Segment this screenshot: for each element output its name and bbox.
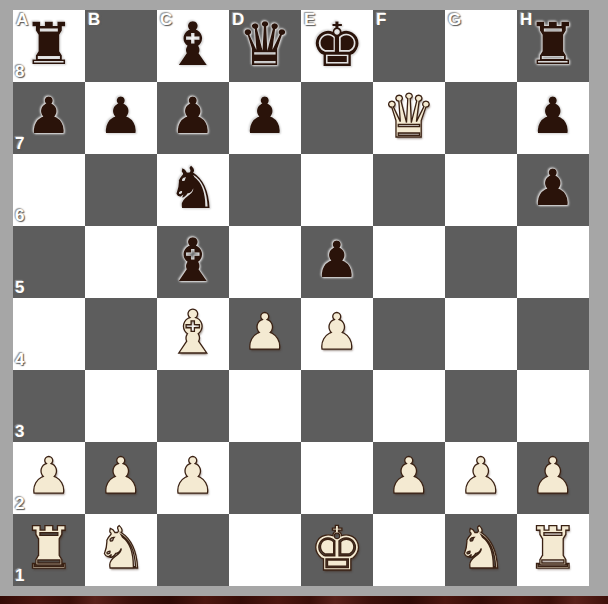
square-b8[interactable]: B [85,10,157,82]
square-g6[interactable] [445,154,517,226]
square-f1[interactable] [373,514,445,586]
square-a6[interactable]: 6 [13,154,85,226]
square-e4[interactable]: ♟ [301,298,373,370]
square-h3[interactable] [517,370,589,442]
square-d8[interactable]: D♛ [229,10,301,82]
square-h7[interactable]: ♟ [517,82,589,154]
square-f8[interactable]: F [373,10,445,82]
square-e8[interactable]: E♚ [301,10,373,82]
piece-white-pawn-c2[interactable]: ♟ [171,451,216,501]
square-g5[interactable] [445,226,517,298]
rank-label-4: 4 [15,351,24,368]
piece-white-pawn-h2[interactable]: ♟ [531,451,576,501]
square-b3[interactable] [85,370,157,442]
square-h5[interactable] [517,226,589,298]
piece-white-pawn-a2[interactable]: ♟ [27,451,72,501]
piece-white-rook-a1[interactable]: ♜ [23,519,75,577]
piece-black-queen-d8[interactable]: ♛ [238,14,292,74]
piece-black-king-e8[interactable]: ♚ [310,14,365,75]
square-f2[interactable]: ♟ [373,442,445,514]
square-c7[interactable]: ♟ [157,82,229,154]
piece-white-pawn-e4[interactable]: ♟ [315,307,360,357]
piece-black-bishop-c5[interactable]: ♝ [166,230,220,290]
square-b4[interactable] [85,298,157,370]
square-b7[interactable]: ♟ [85,82,157,154]
board-frame: A8♜BC♝D♛E♚FGH♜7♟♟♟♟♛♟6♞♟5♝♟4♝♟♟32♟♟♟♟♟♟1… [0,0,608,604]
square-d7[interactable]: ♟ [229,82,301,154]
piece-white-queen-f7[interactable]: ♛ [382,86,436,146]
square-d2[interactable] [229,442,301,514]
square-c1[interactable] [157,514,229,586]
square-h4[interactable] [517,298,589,370]
square-c6[interactable]: ♞ [157,154,229,226]
square-e1[interactable]: ♚ [301,514,373,586]
piece-white-pawn-b2[interactable]: ♟ [99,451,144,501]
square-a7[interactable]: 7♟ [13,82,85,154]
piece-white-pawn-f2[interactable]: ♟ [387,451,432,501]
bottom-wood-strip [0,596,608,604]
square-a4[interactable]: 4 [13,298,85,370]
square-e6[interactable] [301,154,373,226]
square-b6[interactable] [85,154,157,226]
square-d4[interactable]: ♟ [229,298,301,370]
square-e5[interactable]: ♟ [301,226,373,298]
square-a5[interactable]: 5 [13,226,85,298]
square-a2[interactable]: 2♟ [13,442,85,514]
square-a3[interactable]: 3 [13,370,85,442]
square-e2[interactable] [301,442,373,514]
square-h1[interactable]: ♜ [517,514,589,586]
square-g2[interactable]: ♟ [445,442,517,514]
piece-black-pawn-a7[interactable]: ♟ [27,91,72,141]
square-d1[interactable] [229,514,301,586]
square-g3[interactable] [445,370,517,442]
square-c5[interactable]: ♝ [157,226,229,298]
piece-white-king-e1[interactable]: ♚ [310,518,365,579]
square-a8[interactable]: A8♜ [13,10,85,82]
square-c2[interactable]: ♟ [157,442,229,514]
piece-black-knight-c6[interactable]: ♞ [167,159,219,217]
square-h2[interactable]: ♟ [517,442,589,514]
square-f5[interactable] [373,226,445,298]
file-label-f: F [376,11,386,28]
square-d3[interactable] [229,370,301,442]
piece-white-rook-h1[interactable]: ♜ [527,519,579,577]
square-b2[interactable]: ♟ [85,442,157,514]
square-f6[interactable] [373,154,445,226]
piece-black-pawn-b7[interactable]: ♟ [99,91,144,141]
piece-black-rook-h8[interactable]: ♜ [527,15,579,73]
square-c4[interactable]: ♝ [157,298,229,370]
square-d5[interactable] [229,226,301,298]
square-e3[interactable] [301,370,373,442]
square-f4[interactable] [373,298,445,370]
square-c8[interactable]: C♝ [157,10,229,82]
rank-label-6: 6 [15,207,24,224]
rank-label-3: 3 [15,423,24,440]
square-c3[interactable] [157,370,229,442]
square-b5[interactable] [85,226,157,298]
square-g1[interactable]: ♞ [445,514,517,586]
piece-black-pawn-h6[interactable]: ♟ [531,163,576,213]
rank-label-7: 7 [15,135,24,152]
square-e7[interactable] [301,82,373,154]
piece-white-knight-g1[interactable]: ♞ [455,519,507,577]
file-label-g: G [448,11,461,28]
square-d6[interactable] [229,154,301,226]
piece-white-knight-b1[interactable]: ♞ [95,519,147,577]
chess-board[interactable]: A8♜BC♝D♛E♚FGH♜7♟♟♟♟♛♟6♞♟5♝♟4♝♟♟32♟♟♟♟♟♟1… [13,10,589,586]
piece-white-pawn-d4[interactable]: ♟ [243,307,288,357]
square-b1[interactable]: ♞ [85,514,157,586]
piece-black-pawn-h7[interactable]: ♟ [531,91,576,141]
rank-label-5: 5 [15,279,24,296]
square-f7[interactable]: ♛ [373,82,445,154]
piece-black-rook-a8[interactable]: ♜ [23,15,75,73]
square-h8[interactable]: H♜ [517,10,589,82]
piece-black-bishop-c8[interactable]: ♝ [166,14,220,74]
square-f3[interactable] [373,370,445,442]
square-a1[interactable]: 1♜ [13,514,85,586]
piece-white-pawn-g2[interactable]: ♟ [459,451,504,501]
piece-black-pawn-c7[interactable]: ♟ [171,91,216,141]
square-g4[interactable] [445,298,517,370]
file-label-b: B [88,11,100,28]
square-g7[interactable] [445,82,517,154]
piece-white-bishop-c4[interactable]: ♝ [166,302,220,362]
piece-black-pawn-e5[interactable]: ♟ [315,235,360,285]
rank-label-2: 2 [15,495,24,512]
square-h6[interactable]: ♟ [517,154,589,226]
piece-black-pawn-d7[interactable]: ♟ [243,91,288,141]
square-g8[interactable]: G [445,10,517,82]
